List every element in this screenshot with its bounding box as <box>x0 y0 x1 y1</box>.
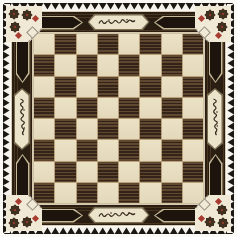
red-diamond-inlay-icon <box>32 215 39 222</box>
red-diamond-inlay-icon <box>32 15 39 22</box>
square-c6[interactable] <box>77 77 97 97</box>
square-e3[interactable] <box>119 140 139 160</box>
lancet-inlay-icon <box>16 154 30 200</box>
cartouche-top <box>88 14 150 31</box>
square-d8[interactable] <box>98 34 118 54</box>
square-a2[interactable] <box>34 162 54 182</box>
square-d4[interactable] <box>98 119 118 139</box>
star-inlay-icon <box>11 206 19 214</box>
square-d5[interactable] <box>98 98 118 118</box>
arabic-calligraphy-icon <box>97 210 141 220</box>
square-g7[interactable] <box>162 55 182 75</box>
star-inlay-icon <box>23 218 31 226</box>
lancet-inlay-icon <box>16 37 30 83</box>
square-a3[interactable] <box>34 140 54 160</box>
square-c2[interactable] <box>77 162 97 182</box>
chessboard-photo <box>0 0 237 237</box>
star-inlay-icon <box>218 23 226 31</box>
cartouche-bottom <box>88 207 150 224</box>
star-inlay-icon <box>23 11 31 19</box>
red-diamond-inlay-icon <box>198 15 205 22</box>
lancet-inlay-icon <box>37 16 83 30</box>
square-e6[interactable] <box>119 77 139 97</box>
square-f6[interactable] <box>140 77 160 97</box>
square-a8[interactable] <box>34 34 54 54</box>
square-f2[interactable] <box>140 162 160 182</box>
square-c3[interactable] <box>77 140 97 160</box>
square-c5[interactable] <box>77 98 97 118</box>
lancet-inlay-icon <box>154 16 200 30</box>
red-diamond-inlay-icon <box>215 32 222 39</box>
square-a1[interactable] <box>34 183 54 203</box>
square-d1[interactable] <box>98 183 118 203</box>
square-e5[interactable] <box>119 98 139 118</box>
square-d2[interactable] <box>98 162 118 182</box>
arabic-calligraphy-icon <box>17 97 27 141</box>
square-d7[interactable] <box>98 55 118 75</box>
square-g1[interactable] <box>162 183 182 203</box>
lancet-inlay-icon <box>209 37 223 83</box>
square-c7[interactable] <box>77 55 97 75</box>
square-b1[interactable] <box>55 183 75 203</box>
square-f7[interactable] <box>140 55 160 75</box>
square-e7[interactable] <box>119 55 139 75</box>
square-a4[interactable] <box>34 119 54 139</box>
lancet-inlay-icon <box>154 209 200 223</box>
arabic-calligraphy-icon <box>97 17 141 27</box>
square-f1[interactable] <box>140 183 160 203</box>
red-diamond-inlay-icon <box>15 198 22 205</box>
square-h6[interactable] <box>183 77 203 97</box>
square-c4[interactable] <box>77 119 97 139</box>
square-e2[interactable] <box>119 162 139 182</box>
square-h3[interactable] <box>183 140 203 160</box>
square-a6[interactable] <box>34 77 54 97</box>
square-g5[interactable] <box>162 98 182 118</box>
square-a5[interactable] <box>34 98 54 118</box>
square-h1[interactable] <box>183 183 203 203</box>
cartouche-left <box>14 88 31 150</box>
square-f4[interactable] <box>140 119 160 139</box>
star-inlay-icon <box>10 219 18 227</box>
square-b6[interactable] <box>55 77 75 97</box>
star-inlay-icon <box>11 23 19 31</box>
square-e4[interactable] <box>119 119 139 139</box>
square-a7[interactable] <box>34 55 54 75</box>
square-b4[interactable] <box>55 119 75 139</box>
cartouche-right <box>207 88 224 150</box>
square-d3[interactable] <box>98 140 118 160</box>
square-h4[interactable] <box>183 119 203 139</box>
square-c1[interactable] <box>77 183 97 203</box>
square-c8[interactable] <box>77 34 97 54</box>
lancet-inlay-icon <box>37 209 83 223</box>
star-inlay-icon <box>206 11 214 19</box>
square-e1[interactable] <box>119 183 139 203</box>
star-inlay-icon <box>218 206 226 214</box>
arabic-calligraphy-icon <box>210 97 220 141</box>
star-inlay-icon <box>219 10 227 18</box>
square-f8[interactable] <box>140 34 160 54</box>
board <box>33 33 204 204</box>
square-b3[interactable] <box>55 140 75 160</box>
square-g8[interactable] <box>162 34 182 54</box>
square-g4[interactable] <box>162 119 182 139</box>
red-diamond-inlay-icon <box>15 32 22 39</box>
square-h7[interactable] <box>183 55 203 75</box>
square-h5[interactable] <box>183 98 203 118</box>
lancet-inlay-icon <box>209 154 223 200</box>
star-inlay-icon <box>10 10 18 18</box>
square-d6[interactable] <box>98 77 118 97</box>
square-b2[interactable] <box>55 162 75 182</box>
square-g6[interactable] <box>162 77 182 97</box>
square-h8[interactable] <box>183 34 203 54</box>
square-g2[interactable] <box>162 162 182 182</box>
square-f3[interactable] <box>140 140 160 160</box>
square-b5[interactable] <box>55 98 75 118</box>
square-b7[interactable] <box>55 55 75 75</box>
star-inlay-icon <box>206 218 214 226</box>
square-b8[interactable] <box>55 34 75 54</box>
star-inlay-icon <box>219 219 227 227</box>
square-h2[interactable] <box>183 162 203 182</box>
square-g3[interactable] <box>162 140 182 160</box>
square-f5[interactable] <box>140 98 160 118</box>
square-e8[interactable] <box>119 34 139 54</box>
